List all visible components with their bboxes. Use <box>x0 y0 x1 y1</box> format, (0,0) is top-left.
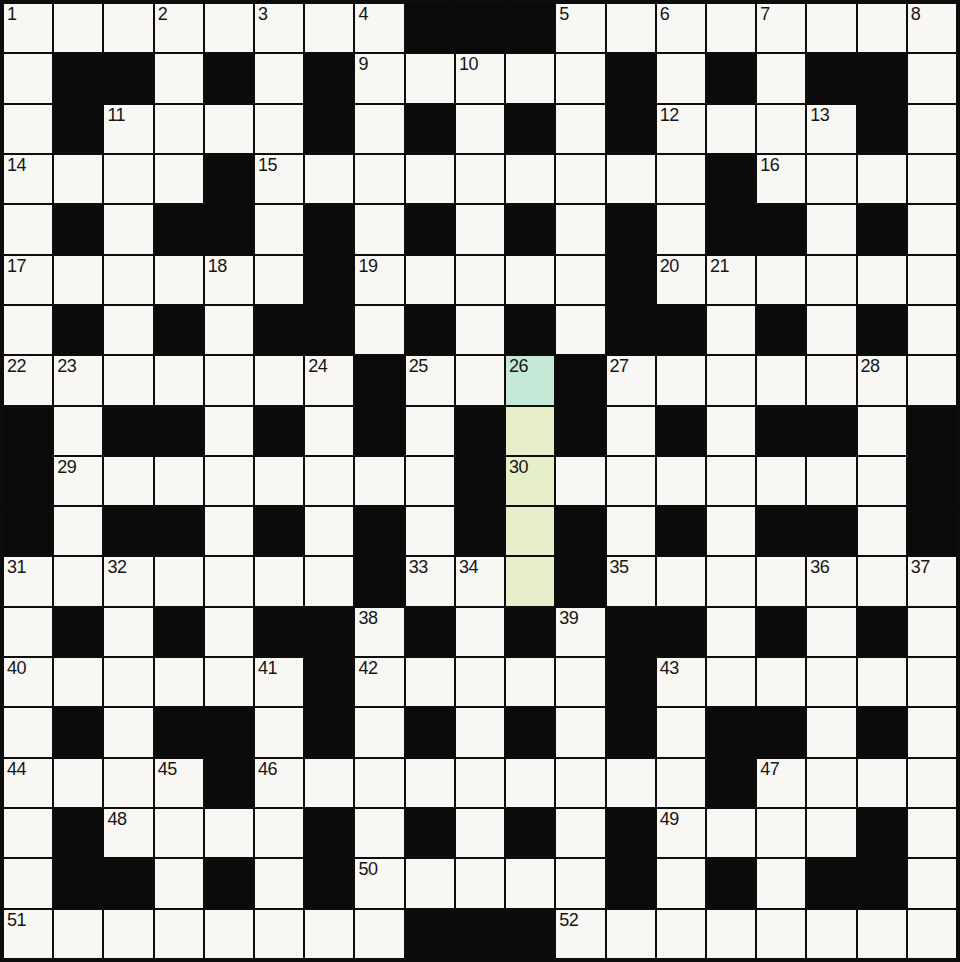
grid-cell[interactable] <box>104 708 152 756</box>
grid-cell[interactable] <box>807 457 855 505</box>
grid-cell[interactable] <box>707 105 755 153</box>
grid-cell[interactable] <box>255 105 303 153</box>
grid-cell[interactable] <box>255 457 303 505</box>
grid-cell[interactable] <box>807 256 855 304</box>
grid-cell[interactable] <box>104 759 152 807</box>
black-cell <box>607 105 655 153</box>
grid-cell[interactable] <box>155 356 203 404</box>
grid-cell[interactable]: 49 <box>657 809 705 857</box>
clue-number: 22 <box>7 357 26 377</box>
grid-cell[interactable] <box>657 859 705 907</box>
grid-cell[interactable] <box>155 859 203 907</box>
grid-cell[interactable] <box>155 809 203 857</box>
clue-number: 36 <box>810 558 829 578</box>
grid-cell[interactable]: 6 <box>657 4 705 52</box>
grid-cell[interactable] <box>456 809 504 857</box>
grid-cell[interactable] <box>104 910 152 958</box>
grid-cell[interactable]: 36 <box>807 557 855 605</box>
grid-cell[interactable] <box>305 557 353 605</box>
black-cell <box>305 306 353 354</box>
black-cell <box>4 507 52 555</box>
grid-cell[interactable] <box>657 356 705 404</box>
grid-cell[interactable] <box>355 457 403 505</box>
grid-cell[interactable] <box>908 105 956 153</box>
grid-cell[interactable] <box>607 155 655 203</box>
grid-cell[interactable] <box>807 205 855 253</box>
grid-cell[interactable] <box>406 407 454 455</box>
grid-cell[interactable] <box>305 910 353 958</box>
grid-cell[interactable]: 27 <box>607 356 655 404</box>
grid-cell[interactable] <box>205 557 253 605</box>
grid-cell[interactable] <box>807 658 855 706</box>
grid-cell[interactable] <box>305 759 353 807</box>
grid-cell[interactable] <box>807 4 855 52</box>
grid-cell[interactable] <box>54 759 102 807</box>
grid-cell[interactable] <box>607 759 655 807</box>
grid-cell[interactable] <box>506 155 554 203</box>
grid-cell[interactable]: 1 <box>4 4 52 52</box>
grid-cell[interactable] <box>4 859 52 907</box>
grid-cell[interactable] <box>908 658 956 706</box>
grid-cell[interactable] <box>205 105 253 153</box>
grid-cell[interactable] <box>406 54 454 102</box>
black-cell <box>858 306 906 354</box>
grid-cell[interactable] <box>205 507 253 555</box>
black-cell <box>104 859 152 907</box>
grid-cell[interactable]: 10 <box>456 54 504 102</box>
grid-cell[interactable] <box>255 557 303 605</box>
grid-cell[interactable] <box>205 407 253 455</box>
grid-cell[interactable] <box>406 507 454 555</box>
grid-cell[interactable] <box>205 809 253 857</box>
grid-cell[interactable] <box>205 356 253 404</box>
grid-cell[interactable] <box>707 507 755 555</box>
grid-cell[interactable] <box>506 759 554 807</box>
grid-cell[interactable] <box>104 4 152 52</box>
grid-cell[interactable] <box>54 407 102 455</box>
clue-number: 12 <box>660 106 679 126</box>
grid-cell[interactable] <box>4 205 52 253</box>
grid-cell[interactable]: 23 <box>54 356 102 404</box>
grid-cell[interactable] <box>104 306 152 354</box>
grid-cell[interactable]: 17 <box>4 256 52 304</box>
grid-cell[interactable] <box>556 859 604 907</box>
grid-cell[interactable] <box>757 457 805 505</box>
grid-cell[interactable] <box>707 910 755 958</box>
grid-cell[interactable] <box>556 658 604 706</box>
grid-cell[interactable] <box>657 457 705 505</box>
grid-cell[interactable] <box>305 407 353 455</box>
grid-cell[interactable]: 43 <box>657 658 705 706</box>
grid-cell[interactable] <box>556 205 604 253</box>
grid-cell[interactable]: 45 <box>155 759 203 807</box>
grid-cell[interactable] <box>707 809 755 857</box>
grid-cell[interactable] <box>807 155 855 203</box>
grid-cell[interactable] <box>707 4 755 52</box>
grid-cell[interactable] <box>54 4 102 52</box>
grid-cell[interactable] <box>54 557 102 605</box>
grid-cell[interactable] <box>4 608 52 656</box>
grid-cell[interactable] <box>456 708 504 756</box>
black-cell <box>406 205 454 253</box>
grid-cell[interactable] <box>104 205 152 253</box>
grid-cell[interactable] <box>205 4 253 52</box>
grid-cell[interactable] <box>255 809 303 857</box>
highlighted-cell[interactable]: 30 <box>506 457 554 505</box>
grid-cell[interactable]: 39 <box>556 608 604 656</box>
grid-cell[interactable]: 41 <box>255 658 303 706</box>
grid-cell[interactable]: 33 <box>406 557 454 605</box>
grid-cell[interactable] <box>456 256 504 304</box>
grid-cell[interactable] <box>858 457 906 505</box>
grid-cell[interactable] <box>406 859 454 907</box>
grid-cell[interactable] <box>506 658 554 706</box>
grid-cell[interactable] <box>607 407 655 455</box>
grid-cell[interactable]: 47 <box>757 759 805 807</box>
grid-cell[interactable] <box>255 54 303 102</box>
grid-cell[interactable] <box>305 457 353 505</box>
grid-cell[interactable] <box>858 507 906 555</box>
black-cell <box>858 859 906 907</box>
grid-cell[interactable] <box>4 105 52 153</box>
grid-cell[interactable] <box>858 557 906 605</box>
grid-cell[interactable] <box>305 507 353 555</box>
grid-cell[interactable]: 38 <box>355 608 403 656</box>
grid-cell[interactable] <box>556 809 604 857</box>
black-cell <box>456 407 504 455</box>
grid-cell[interactable] <box>205 457 253 505</box>
grid-cell[interactable] <box>908 759 956 807</box>
grid-cell[interactable] <box>155 910 203 958</box>
grid-cell[interactable] <box>908 54 956 102</box>
selected-cell[interactable]: 26 <box>506 356 554 404</box>
grid-cell[interactable] <box>707 608 755 656</box>
grid-cell[interactable]: 8 <box>908 4 956 52</box>
black-cell <box>556 356 604 404</box>
grid-cell[interactable] <box>807 759 855 807</box>
black-cell <box>757 708 805 756</box>
grid-cell[interactable]: 31 <box>4 557 52 605</box>
grid-cell[interactable] <box>908 608 956 656</box>
grid-cell[interactable] <box>155 54 203 102</box>
grid-cell[interactable] <box>908 306 956 354</box>
grid-cell[interactable] <box>104 608 152 656</box>
grid-cell[interactable] <box>255 910 303 958</box>
grid-cell[interactable] <box>406 658 454 706</box>
grid-cell[interactable]: 20 <box>657 256 705 304</box>
grid-cell[interactable] <box>757 658 805 706</box>
grid-cell[interactable]: 16 <box>757 155 805 203</box>
grid-cell[interactable] <box>757 356 805 404</box>
grid-cell[interactable] <box>506 256 554 304</box>
grid-cell[interactable] <box>908 256 956 304</box>
grid-cell[interactable] <box>657 155 705 203</box>
grid-cell[interactable] <box>456 608 504 656</box>
grid-cell[interactable] <box>355 155 403 203</box>
grid-cell[interactable] <box>707 658 755 706</box>
grid-cell[interactable]: 35 <box>607 557 655 605</box>
highlighted-cell[interactable] <box>506 507 554 555</box>
grid-cell[interactable] <box>104 155 152 203</box>
crossword-board: 1234567891011121314151617181920212223242… <box>0 0 960 962</box>
grid-cell[interactable]: 48 <box>104 809 152 857</box>
clue-number: 31 <box>7 558 26 578</box>
clue-number: 27 <box>610 357 629 377</box>
grid-cell[interactable] <box>355 105 403 153</box>
grid-cell[interactable] <box>205 608 253 656</box>
grid-cell[interactable] <box>255 205 303 253</box>
clue-number: 14 <box>7 156 26 176</box>
grid-cell[interactable]: 28 <box>858 356 906 404</box>
black-cell <box>54 306 102 354</box>
clue-number: 26 <box>509 357 528 377</box>
grid-cell[interactable] <box>707 457 755 505</box>
grid-cell[interactable] <box>707 557 755 605</box>
grid-cell[interactable]: 40 <box>4 658 52 706</box>
grid-cell[interactable]: 34 <box>456 557 504 605</box>
clue-number: 16 <box>760 156 779 176</box>
grid-cell[interactable]: 4 <box>355 4 403 52</box>
black-cell <box>155 407 203 455</box>
grid-cell[interactable] <box>607 507 655 555</box>
grid-cell[interactable] <box>506 859 554 907</box>
grid-cell[interactable]: 44 <box>4 759 52 807</box>
grid-cell[interactable] <box>858 407 906 455</box>
grid-cell[interactable] <box>807 306 855 354</box>
clue-number: 20 <box>660 257 679 277</box>
grid-cell[interactable] <box>807 910 855 958</box>
grid-cell[interactable] <box>908 910 956 958</box>
grid-cell[interactable] <box>858 155 906 203</box>
grid-cell[interactable]: 29 <box>54 457 102 505</box>
grid-cell[interactable]: 11 <box>104 105 152 153</box>
grid-cell[interactable] <box>4 708 52 756</box>
grid-cell[interactable] <box>355 205 403 253</box>
clue-number: 46 <box>258 760 277 780</box>
grid-cell[interactable]: 13 <box>807 105 855 153</box>
grid-cell[interactable]: 5 <box>556 4 604 52</box>
grid-cell[interactable] <box>355 910 403 958</box>
black-cell <box>607 54 655 102</box>
grid-cell[interactable] <box>858 759 906 807</box>
grid-cell[interactable] <box>104 356 152 404</box>
grid-cell[interactable] <box>556 759 604 807</box>
grid-cell[interactable] <box>205 306 253 354</box>
grid-cell[interactable] <box>506 54 554 102</box>
grid-cell[interactable]: 12 <box>657 105 705 153</box>
grid-cell[interactable] <box>54 658 102 706</box>
grid-cell[interactable] <box>54 155 102 203</box>
grid-cell[interactable] <box>757 859 805 907</box>
grid-cell[interactable] <box>355 809 403 857</box>
grid-cell[interactable] <box>908 809 956 857</box>
grid-cell[interactable]: 51 <box>4 910 52 958</box>
grid-cell[interactable] <box>255 356 303 404</box>
grid-cell[interactable] <box>456 356 504 404</box>
black-cell <box>355 507 403 555</box>
grid-cell[interactable] <box>155 155 203 203</box>
grid-cell[interactable] <box>155 457 203 505</box>
grid-cell[interactable] <box>104 256 152 304</box>
grid-cell[interactable] <box>707 306 755 354</box>
clue-number: 11 <box>107 106 125 126</box>
grid-cell[interactable]: 7 <box>757 4 805 52</box>
grid-cell[interactable] <box>155 658 203 706</box>
grid-cell[interactable] <box>155 256 203 304</box>
grid-cell[interactable] <box>456 205 504 253</box>
grid-cell[interactable] <box>556 256 604 304</box>
clue-number: 29 <box>57 458 76 478</box>
grid-cell[interactable] <box>657 557 705 605</box>
grid-cell[interactable] <box>807 608 855 656</box>
clue-number: 44 <box>7 760 26 780</box>
clue-number: 5 <box>559 5 569 25</box>
grid-cell[interactable] <box>456 155 504 203</box>
grid-cell[interactable] <box>707 356 755 404</box>
grid-cell[interactable] <box>757 809 805 857</box>
grid-cell[interactable]: 19 <box>355 256 403 304</box>
grid-cell[interactable] <box>556 105 604 153</box>
grid-cell[interactable] <box>908 859 956 907</box>
grid-cell[interactable]: 46 <box>255 759 303 807</box>
highlighted-cell[interactable] <box>506 557 554 605</box>
grid-cell[interactable] <box>858 658 906 706</box>
grid-cell[interactable] <box>456 658 504 706</box>
black-cell <box>657 407 705 455</box>
grid-cell[interactable] <box>657 708 705 756</box>
grid-cell[interactable] <box>858 256 906 304</box>
clue-number: 38 <box>358 609 377 629</box>
grid-cell[interactable] <box>757 54 805 102</box>
grid-cell[interactable]: 25 <box>406 356 454 404</box>
black-cell <box>205 708 253 756</box>
grid-cell[interactable]: 18 <box>205 256 253 304</box>
grid-cell[interactable] <box>657 759 705 807</box>
grid-cell[interactable] <box>908 205 956 253</box>
grid-cell[interactable]: 32 <box>104 557 152 605</box>
black-cell <box>406 708 454 756</box>
grid-cell[interactable] <box>406 155 454 203</box>
clue-number: 3 <box>258 5 268 25</box>
grid-cell[interactable] <box>757 256 805 304</box>
grid-cell[interactable] <box>607 910 655 958</box>
grid-cell[interactable]: 50 <box>355 859 403 907</box>
grid-cell[interactable]: 14 <box>4 155 52 203</box>
black-cell <box>456 507 504 555</box>
grid-cell[interactable] <box>556 306 604 354</box>
grid-cell[interactable] <box>556 708 604 756</box>
grid-cell[interactable] <box>355 306 403 354</box>
grid-cell[interactable] <box>305 155 353 203</box>
grid-cell[interactable] <box>657 54 705 102</box>
black-cell <box>657 507 705 555</box>
grid-cell[interactable] <box>908 356 956 404</box>
grid-cell[interactable] <box>54 256 102 304</box>
grid-cell[interactable] <box>757 910 805 958</box>
grid-cell[interactable] <box>556 54 604 102</box>
grid-cell[interactable] <box>305 4 353 52</box>
clue-number: 25 <box>409 357 428 377</box>
grid-cell[interactable] <box>757 557 805 605</box>
black-cell <box>607 708 655 756</box>
grid-cell[interactable] <box>155 105 203 153</box>
grid-cell[interactable] <box>205 658 253 706</box>
black-cell <box>757 407 805 455</box>
grid-cell[interactable] <box>406 256 454 304</box>
grid-cell[interactable]: 24 <box>305 356 353 404</box>
grid-cell[interactable] <box>54 910 102 958</box>
grid-cell[interactable] <box>807 356 855 404</box>
grid-cell[interactable] <box>406 759 454 807</box>
grid-cell[interactable] <box>757 105 805 153</box>
grid-cell[interactable] <box>4 54 52 102</box>
grid-cell[interactable] <box>707 407 755 455</box>
black-cell <box>556 407 604 455</box>
grid-cell[interactable] <box>205 910 253 958</box>
grid-cell[interactable] <box>908 155 956 203</box>
grid-cell[interactable] <box>456 105 504 153</box>
grid-cell[interactable] <box>104 658 152 706</box>
grid-cell[interactable] <box>556 457 604 505</box>
black-cell <box>355 407 403 455</box>
grid-cell[interactable]: 22 <box>4 356 52 404</box>
grid-cell[interactable]: 3 <box>255 4 303 52</box>
grid-cell[interactable] <box>104 457 152 505</box>
grid-cell[interactable] <box>807 708 855 756</box>
clue-number: 4 <box>358 5 368 25</box>
grid-cell[interactable] <box>607 457 655 505</box>
grid-cell[interactable] <box>155 557 203 605</box>
grid-cell[interactable]: 9 <box>355 54 403 102</box>
grid-cell[interactable] <box>456 759 504 807</box>
grid-cell[interactable] <box>657 910 705 958</box>
grid-cell[interactable] <box>456 859 504 907</box>
grid-cell[interactable] <box>54 507 102 555</box>
grid-cell[interactable] <box>255 256 303 304</box>
grid-cell[interactable] <box>657 205 705 253</box>
grid-cell[interactable] <box>607 4 655 52</box>
grid-cell[interactable] <box>908 708 956 756</box>
grid-cell[interactable] <box>255 859 303 907</box>
grid-cell[interactable] <box>255 708 303 756</box>
black-cell <box>305 708 353 756</box>
grid-cell[interactable]: 21 <box>707 256 755 304</box>
clue-number: 8 <box>911 5 921 25</box>
grid-cell[interactable]: 15 <box>255 155 303 203</box>
grid-cell[interactable] <box>406 457 454 505</box>
grid-cell[interactable] <box>4 306 52 354</box>
clue-number: 45 <box>158 760 177 780</box>
grid-cell[interactable]: 52 <box>556 910 604 958</box>
highlighted-cell[interactable] <box>506 407 554 455</box>
grid-cell[interactable] <box>556 155 604 203</box>
grid-cell[interactable]: 2 <box>155 4 203 52</box>
black-cell <box>607 205 655 253</box>
grid-cell[interactable] <box>456 306 504 354</box>
grid-cell[interactable] <box>858 910 906 958</box>
grid-cell[interactable] <box>807 809 855 857</box>
clue-number: 33 <box>409 558 428 578</box>
grid-cell[interactable]: 37 <box>908 557 956 605</box>
black-cell <box>556 507 604 555</box>
grid-cell[interactable] <box>858 4 906 52</box>
grid-cell[interactable] <box>355 708 403 756</box>
grid-cell[interactable]: 42 <box>355 658 403 706</box>
grid-cell[interactable] <box>355 759 403 807</box>
black-cell <box>607 256 655 304</box>
grid-cell[interactable] <box>4 809 52 857</box>
clue-number: 48 <box>107 810 126 830</box>
